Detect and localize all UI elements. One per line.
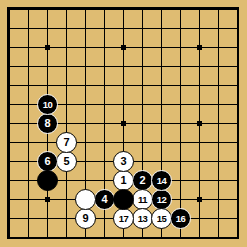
move-number-label: 13	[138, 214, 148, 224]
move-number-label: 5	[63, 156, 69, 167]
move-number-label: 6	[44, 156, 50, 167]
move-number-label: 2	[139, 175, 145, 186]
stone-white-dh[interactable]: 7	[56, 132, 77, 153]
stone-black-ci[interactable]: 6	[37, 151, 58, 172]
grid-line-horizontal	[9, 237, 238, 238]
grid-line-vertical	[218, 9, 219, 238]
move-number-label: 12	[157, 195, 167, 205]
stone-black-jl[interactable]: 16	[170, 208, 191, 229]
star-point	[197, 45, 202, 50]
stone-white-di[interactable]: 5	[56, 151, 77, 172]
stone-black-ik[interactable]: 12	[151, 189, 172, 210]
move-number-label: 10	[43, 100, 53, 110]
stone-black-hj[interactable]: 2	[132, 170, 153, 191]
stone-white-ek[interactable]	[75, 189, 96, 210]
stone-white-il[interactable]: 15	[151, 208, 172, 229]
stone-black-gk[interactable]	[113, 189, 134, 210]
star-point	[197, 121, 202, 126]
star-point	[121, 121, 126, 126]
stone-black-cg[interactable]: 8	[37, 113, 58, 134]
stone-white-hl[interactable]: 13	[132, 208, 153, 229]
grid-line-vertical	[237, 9, 238, 238]
stone-black-cj[interactable]	[37, 170, 58, 191]
move-number-label: 11	[138, 195, 147, 205]
stone-white-gi[interactable]: 3	[113, 151, 134, 172]
move-number-label: 16	[176, 214, 186, 224]
go-diagram: 1234567891011121314151617	[0, 0, 247, 247]
move-number-label: 1	[120, 175, 126, 186]
grid-line-vertical	[180, 9, 181, 238]
move-number-label: 17	[119, 214, 129, 224]
stone-black-cf[interactable]: 10	[37, 94, 58, 115]
stone-black-fk[interactable]: 4	[94, 189, 115, 210]
grid-line-horizontal	[9, 142, 238, 143]
move-number-label: 4	[101, 194, 107, 205]
stone-white-gj[interactable]: 1	[113, 170, 134, 191]
stone-white-hk[interactable]: 11	[132, 189, 153, 210]
star-point	[121, 45, 126, 50]
move-number-label: 3	[120, 156, 126, 167]
star-point	[45, 197, 50, 202]
star-point	[45, 45, 50, 50]
stone-white-el[interactable]: 9	[75, 208, 96, 229]
move-number-label: 14	[157, 176, 167, 186]
move-number-label: 15	[157, 214, 167, 224]
move-number-label: 7	[63, 137, 69, 148]
stone-black-ij[interactable]: 14	[151, 170, 172, 191]
star-point	[197, 197, 202, 202]
move-number-label: 9	[82, 213, 88, 224]
move-number-label: 8	[44, 118, 50, 129]
stone-white-gl[interactable]: 17	[113, 208, 134, 229]
